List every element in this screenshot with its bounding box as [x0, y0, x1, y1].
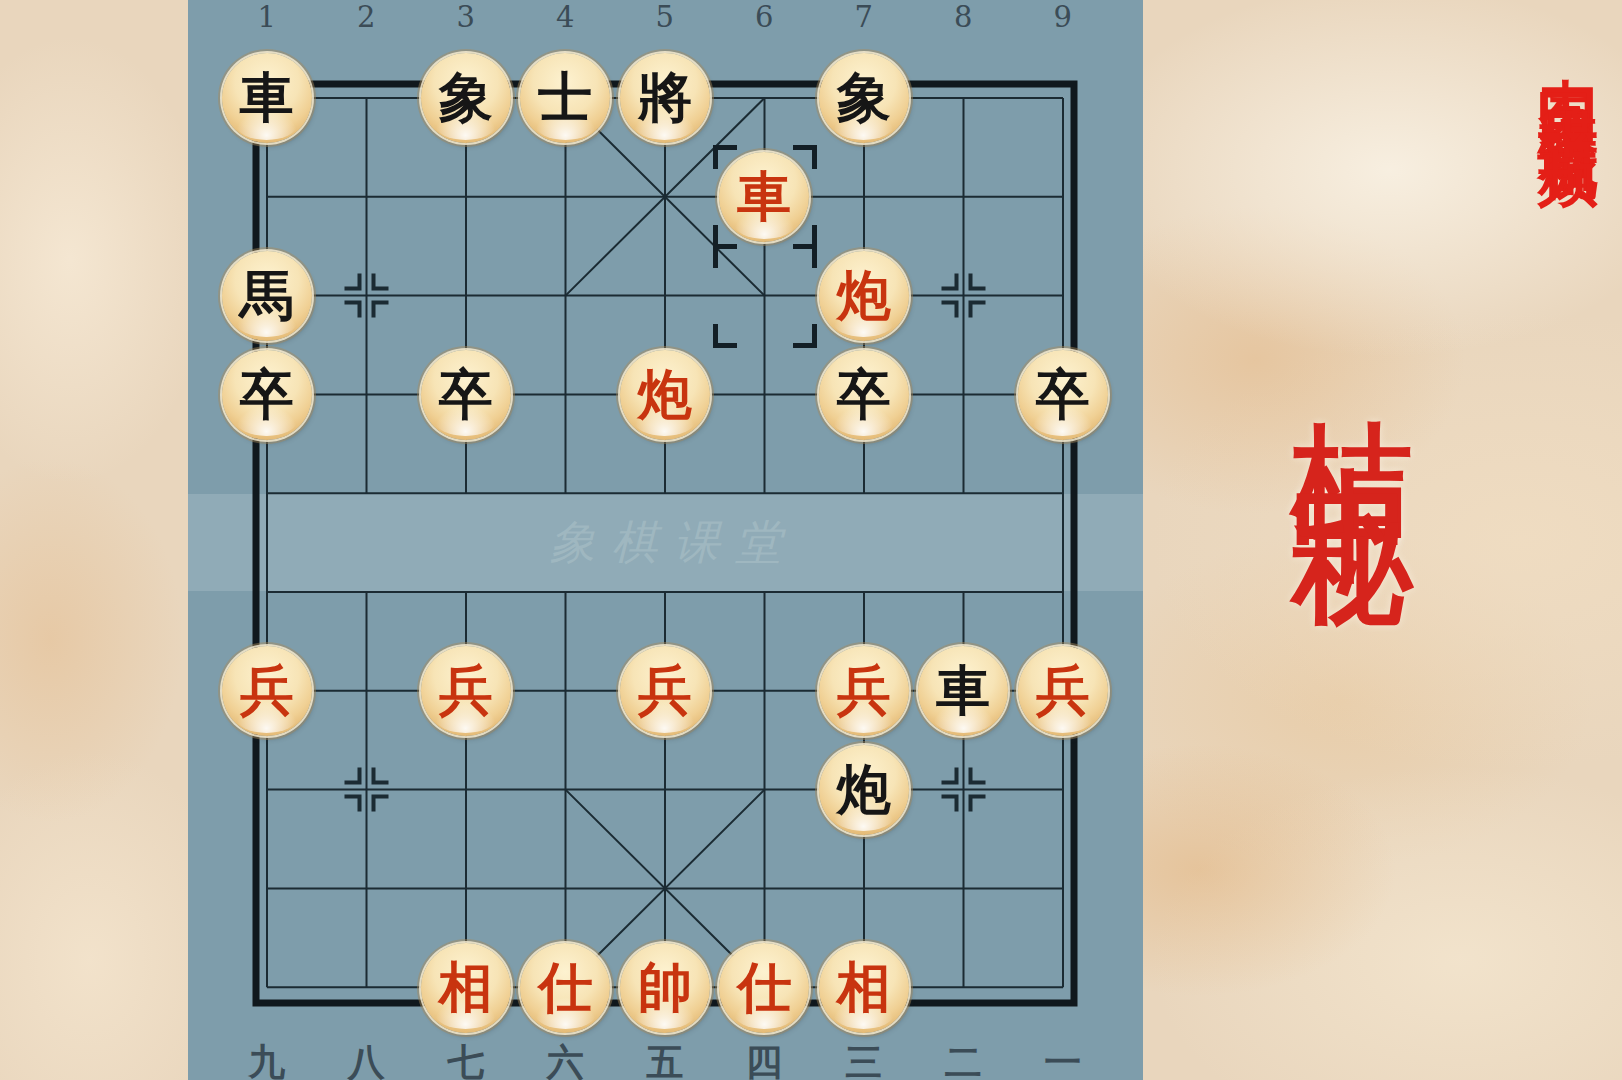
- board-intersection: 相: [814, 938, 914, 1037]
- piece-character: 相: [439, 961, 493, 1015]
- board-intersection: 卒: [217, 345, 317, 444]
- xiangqi-piece-red-兵[interactable]: 兵: [222, 646, 312, 736]
- piece-character: 卒: [837, 368, 891, 422]
- file-numbers-bottom: 九八七六五四三二一: [217, 1038, 1113, 1080]
- xiangqi-piece-red-兵[interactable]: 兵: [620, 646, 710, 736]
- piece-character: 象: [439, 71, 493, 125]
- xiangqi-piece-red-車[interactable]: 車: [719, 152, 809, 242]
- file-number-label: 九: [217, 1038, 317, 1080]
- piece-character: 馬: [240, 269, 294, 323]
- file-number-label: 六: [516, 1038, 616, 1080]
- piece-character: 帥: [638, 961, 692, 1015]
- xiangqi-piece-black-車[interactable]: 車: [918, 646, 1008, 736]
- piece-character: 仕: [737, 961, 791, 1015]
- piece-character: 相: [837, 961, 891, 1015]
- subtitle: 中国象棋古谱视频: [1528, 30, 1609, 110]
- file-number-label: 一: [1013, 1038, 1113, 1080]
- piece-character: 車: [936, 664, 990, 718]
- board-intersection: 卒: [416, 345, 516, 444]
- xiangqi-piece-red-相[interactable]: 相: [819, 943, 909, 1033]
- board-intersection: 象: [416, 49, 516, 148]
- board-intersection: 炮: [615, 345, 715, 444]
- board-intersection: 兵: [1013, 642, 1113, 741]
- board-intersection: 車: [914, 642, 1014, 741]
- board-intersection: 象: [814, 49, 914, 148]
- xiangqi-piece-black-卒[interactable]: 卒: [819, 350, 909, 440]
- piece-character: 士: [538, 71, 592, 125]
- piece-character: 卒: [240, 368, 294, 422]
- board-intersection: 帥: [615, 938, 715, 1037]
- file-number-label: 三: [814, 1038, 914, 1080]
- piece-character: 兵: [837, 664, 891, 718]
- board-intersection: 相: [416, 938, 516, 1037]
- piece-character: 兵: [638, 664, 692, 718]
- file-number-label: 7: [814, 0, 914, 34]
- file-number-label: 9: [1013, 0, 1113, 34]
- xiangqi-piece-red-兵[interactable]: 兵: [421, 646, 511, 736]
- piece-character: 炮: [837, 269, 891, 323]
- xiangqi-piece-red-帥[interactable]: 帥: [620, 943, 710, 1033]
- board-intersection: 炮: [814, 247, 914, 346]
- xiangqi-piece-red-兵[interactable]: 兵: [1018, 646, 1108, 736]
- board-intersection: 車: [217, 49, 317, 148]
- xiangqi-piece-black-象[interactable]: 象: [819, 53, 909, 143]
- xiangqi-piece-red-仕[interactable]: 仕: [520, 943, 610, 1033]
- file-number-label: 8: [914, 0, 1014, 34]
- xiangqi-piece-black-卒[interactable]: 卒: [1018, 350, 1108, 440]
- xiangqi-piece-red-兵[interactable]: 兵: [819, 646, 909, 736]
- piece-character: 兵: [240, 664, 294, 718]
- board-intersection: 兵: [416, 642, 516, 741]
- piece-character: 炮: [837, 763, 891, 817]
- file-number-label: 4: [516, 0, 616, 34]
- piece-character: 象: [837, 71, 891, 125]
- board-intersection: 仕: [715, 938, 815, 1037]
- piece-character: 車: [737, 170, 791, 224]
- xiangqi-piece-black-炮[interactable]: 炮: [819, 745, 909, 835]
- main-title: 桔中秘: [1272, 322, 1435, 463]
- file-number-label: 5: [615, 0, 715, 34]
- xiangqi-piece-black-車[interactable]: 車: [222, 53, 312, 143]
- xiangqi-piece-black-卒[interactable]: 卒: [222, 350, 312, 440]
- piece-character: 卒: [1036, 368, 1090, 422]
- board-intersection: 兵: [814, 642, 914, 741]
- file-number-label: 6: [715, 0, 815, 34]
- file-number-label: 八: [317, 1038, 417, 1080]
- file-numbers-top: 123456789: [217, 0, 1113, 32]
- piece-character: 仕: [538, 961, 592, 1015]
- board-intersection: 將: [615, 49, 715, 148]
- board-intersection: 卒: [814, 345, 914, 444]
- xiangqi-piece-red-炮[interactable]: 炮: [819, 251, 909, 341]
- xiangqi-piece-black-馬[interactable]: 馬: [222, 251, 312, 341]
- piece-character: 將: [638, 71, 692, 125]
- file-number-label: 1: [217, 0, 317, 34]
- file-number-label: 四: [715, 1038, 815, 1080]
- xiangqi-board: 象棋课堂 123456789 九八七: [188, 0, 1143, 1080]
- board-intersection: 卒: [1013, 345, 1113, 444]
- file-number-label: 二: [914, 1038, 1014, 1080]
- xiangqi-piece-red-相[interactable]: 相: [421, 943, 511, 1033]
- board-intersection: 士: [516, 49, 616, 148]
- board-intersection: 兵: [217, 642, 317, 741]
- xiangqi-piece-black-象[interactable]: 象: [421, 53, 511, 143]
- piece-character: 車: [240, 71, 294, 125]
- file-number-label: 五: [615, 1038, 715, 1080]
- xiangqi-piece-red-炮[interactable]: 炮: [620, 350, 710, 440]
- piece-character: 兵: [1036, 664, 1090, 718]
- xiangqi-piece-red-仕[interactable]: 仕: [719, 943, 809, 1033]
- file-number-label: 2: [317, 0, 417, 34]
- file-number-label: 3: [416, 0, 516, 34]
- screenshot-stage: 象棋课堂 123456789 九八七: [0, 0, 1622, 1080]
- calligraphy-panel: [1143, 0, 1622, 1080]
- board-intersection: 車: [715, 148, 815, 247]
- board-intersection: 兵: [615, 642, 715, 741]
- xiangqi-piece-black-士[interactable]: 士: [520, 53, 610, 143]
- piece-character: 炮: [638, 368, 692, 422]
- board-intersection: 馬: [217, 247, 317, 346]
- xiangqi-piece-black-卒[interactable]: 卒: [421, 350, 511, 440]
- piece-character: 兵: [439, 664, 493, 718]
- piece-character: 卒: [439, 368, 493, 422]
- file-number-label: 七: [416, 1038, 516, 1080]
- board-intersection: 仕: [516, 938, 616, 1037]
- pieces-grid: 車象士將象車馬炮卒卒炮卒卒兵兵兵兵車兵炮相仕帥仕相: [217, 49, 1113, 1037]
- xiangqi-piece-black-將[interactable]: 將: [620, 53, 710, 143]
- board-intersection: 炮: [814, 741, 914, 840]
